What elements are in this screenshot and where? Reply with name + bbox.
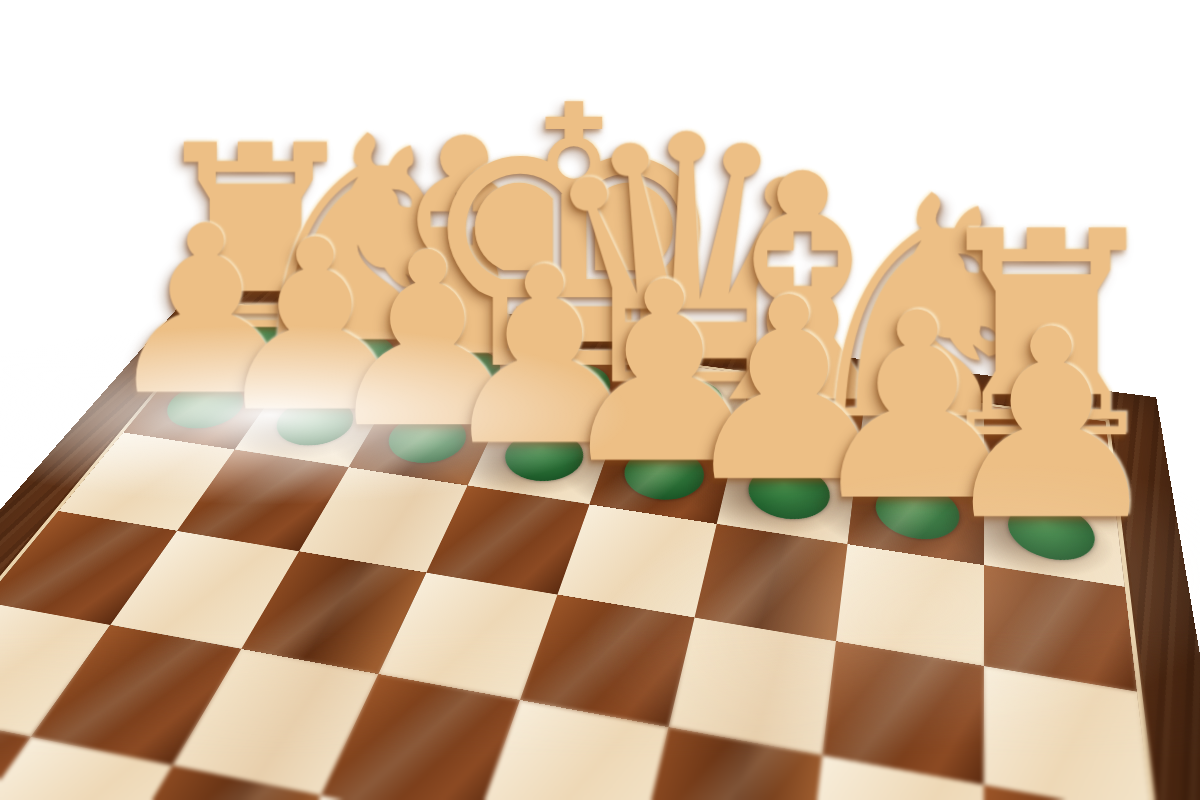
chess-board[interactable]: ♜♞♝♚♛♝♞♜♟♟♟♟♟♟♟♟ [0, 305, 1200, 800]
square-c3[interactable] [694, 524, 847, 641]
white-pawn-icon: ♟ [934, 322, 1168, 531]
square-a4[interactable] [983, 666, 1151, 800]
chess-board-3d: ♜♞♝♚♛♝♞♜♟♟♟♟♟♟♟♟ [0, 275, 1200, 800]
board-frame: ♜♞♝♚♛♝♞♜♟♟♟♟♟♟♟♟ [0, 275, 1200, 800]
square-d3[interactable] [558, 504, 717, 617]
square-h4[interactable] [0, 511, 177, 625]
piece-white-pawn-a2[interactable]: ♟ [934, 322, 1168, 531]
chess-set-photo: ♜♞♝♚♛♝♞♜♟♟♟♟♟♟♟♟ [0, 0, 1200, 800]
square-c5[interactable] [637, 727, 823, 800]
square-e5[interactable] [321, 674, 520, 800]
